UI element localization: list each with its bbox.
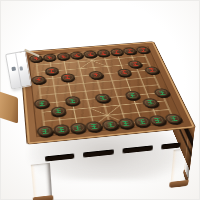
piece-side — [70, 124, 87, 135]
piece-character — [58, 127, 64, 132]
piece-character — [55, 108, 61, 113]
piece-top — [53, 124, 70, 135]
piece-side — [54, 126, 71, 137]
piece-green-elephant[interactable] — [69, 122, 86, 133]
piece-top — [69, 122, 86, 133]
piece-top — [142, 98, 160, 108]
piece-character — [149, 68, 155, 72]
piece-character — [91, 124, 98, 129]
piece-character — [114, 50, 120, 54]
piece-character — [147, 100, 154, 105]
piece-side — [154, 90, 171, 99]
leg-foot — [169, 180, 189, 188]
piece-red-soldier[interactable] — [60, 73, 75, 81]
piece-side — [165, 115, 184, 126]
piece-red-soldier[interactable] — [144, 66, 160, 74]
piece-top — [85, 121, 103, 132]
pieces-layer — [28, 46, 148, 55]
piece-character — [74, 125, 80, 130]
piece-character — [129, 93, 135, 97]
piece-green-cannon[interactable] — [142, 98, 160, 108]
piece-green-horse[interactable] — [53, 124, 70, 135]
piece-character — [33, 57, 38, 61]
piece-character — [39, 101, 45, 106]
piece-character — [99, 96, 105, 101]
piece-green-soldier[interactable] — [94, 93, 111, 102]
tag-print-mark — [19, 66, 23, 70]
piece-character — [127, 49, 133, 52]
piece-red-chariot[interactable] — [135, 46, 150, 53]
piece-green-horse[interactable] — [148, 115, 167, 126]
piece-top — [64, 96, 80, 106]
piece-red-general[interactable] — [83, 50, 97, 57]
piece-green-chariot[interactable] — [36, 125, 53, 136]
piece-green-chariot[interactable] — [164, 113, 183, 123]
piece-character — [154, 117, 161, 122]
piece-green-advisor[interactable] — [117, 118, 135, 129]
piece-green-soldier[interactable] — [64, 96, 80, 106]
piece-character — [93, 73, 99, 77]
piece-side — [134, 118, 152, 129]
piece-green-soldier[interactable] — [124, 91, 141, 100]
piece-green-elephant[interactable] — [133, 116, 151, 127]
piece-character — [100, 51, 106, 55]
piece-green-soldier[interactable] — [34, 99, 50, 109]
piece-green-soldier[interactable] — [153, 88, 170, 97]
piece-character — [170, 116, 177, 121]
piece-character — [60, 54, 65, 58]
piece-character — [49, 69, 54, 73]
piece-top — [164, 113, 183, 123]
piece-side — [51, 108, 67, 118]
apron-slot — [45, 153, 74, 161]
piece-side — [118, 120, 136, 131]
piece-character — [121, 70, 127, 74]
piece-side — [150, 117, 169, 128]
piece-top — [117, 118, 135, 129]
piece-top — [101, 119, 119, 130]
piece-red-soldier[interactable] — [116, 68, 132, 76]
piece-character — [158, 90, 165, 94]
piece-top — [36, 125, 53, 136]
piece-character — [107, 122, 114, 127]
piece-character — [69, 98, 75, 103]
piece-side — [143, 99, 161, 109]
piece-side — [95, 95, 112, 105]
piece-red-horse[interactable] — [43, 54, 57, 62]
table-leg-front-left — [31, 163, 53, 200]
piece-character — [87, 52, 92, 56]
piece-character — [122, 120, 129, 125]
piece-character — [65, 75, 71, 79]
piece-character — [138, 119, 145, 124]
piece-character — [140, 48, 146, 51]
piece-top — [148, 115, 167, 126]
piece-side — [65, 98, 81, 108]
piece-red-soldier[interactable] — [88, 71, 103, 79]
piece-red-cannon[interactable] — [127, 60, 143, 68]
piece-red-advisor[interactable] — [96, 49, 111, 56]
board-playing-surface — [28, 46, 184, 138]
piece-red-elephant[interactable] — [56, 52, 70, 60]
piece-top — [124, 91, 141, 100]
piece-character — [47, 55, 52, 59]
piece-character — [42, 128, 48, 133]
board-top — [20, 42, 195, 144]
piece-green-advisor[interactable] — [85, 121, 103, 132]
piece-side — [37, 127, 54, 138]
table-leg-front-right — [170, 148, 192, 188]
piece-red-advisor[interactable] — [69, 51, 83, 58]
piece-side — [125, 92, 142, 101]
piece-top — [133, 116, 151, 127]
piece-top — [94, 93, 111, 102]
apron-slot — [122, 145, 152, 153]
piece-red-soldier[interactable] — [31, 75, 46, 84]
piece-green-general[interactable] — [101, 119, 119, 130]
piece-character — [36, 78, 41, 82]
photo-canvas — [0, 0, 200, 200]
piece-top — [34, 99, 50, 109]
apron-slot — [83, 149, 114, 157]
xiangqi-table — [20, 42, 195, 144]
piece-side — [102, 121, 120, 132]
piece-character — [74, 53, 79, 57]
leg-foot — [33, 195, 54, 200]
piece-green-cannon[interactable] — [50, 106, 66, 116]
piece-side — [86, 123, 104, 134]
piece-side — [34, 100, 50, 110]
piece-top — [153, 88, 170, 97]
piece-top — [50, 106, 66, 116]
piece-red-cannon[interactable] — [45, 67, 60, 75]
scene — [8, 0, 192, 200]
piece-character — [132, 62, 138, 66]
tag-print-mark — [11, 66, 16, 71]
